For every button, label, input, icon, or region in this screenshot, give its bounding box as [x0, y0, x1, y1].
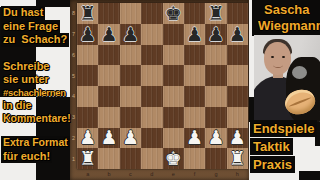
file-label-h: h: [227, 170, 248, 178]
caption-block-hashtag: Schreibe sie unter #schachlernen in die …: [1, 60, 73, 125]
square-e7: [163, 24, 184, 45]
square-e8: ♚: [163, 3, 184, 24]
square-e6: [163, 45, 184, 66]
square-h1: ♜: [227, 148, 248, 169]
black-pawn: ♟: [101, 25, 118, 44]
square-b5: [98, 65, 119, 86]
square-a8: ♜: [77, 3, 98, 24]
square-d4: [141, 86, 162, 107]
left-caption-panel: Du hast eine Frage zu Schach? Schreibe s…: [0, 0, 70, 180]
square-e2: [163, 128, 184, 149]
rank-label-1: 1: [70, 148, 77, 169]
rank-label-7: 7: [70, 24, 77, 45]
square-f7: ♟: [184, 24, 205, 45]
white-rook: ♜: [229, 149, 246, 168]
streamer-eye: [271, 56, 274, 58]
square-c6: [120, 45, 141, 66]
square-g6: [205, 45, 226, 66]
right-panel: Sascha Wiegmann Endspiele Taktik Praxis: [249, 0, 320, 180]
square-d2: [141, 128, 162, 149]
square-a5: [77, 65, 98, 86]
white-pawn: ♟: [186, 128, 203, 147]
black-rook: ♜: [207, 4, 224, 23]
square-f8: [184, 3, 205, 24]
caption-line: zu Schach?: [1, 33, 69, 47]
square-b8: [98, 3, 119, 24]
streamer-first-name: Sascha: [252, 2, 320, 18]
square-b6: [98, 45, 119, 66]
rank-label-2: 2: [70, 128, 77, 149]
topic-tactics: Taktik: [250, 138, 293, 155]
square-e1: ♚: [163, 148, 184, 169]
caption-line: eine Frage: [1, 20, 60, 34]
topic-practice: Praxis: [250, 156, 295, 173]
square-h8: [227, 3, 248, 24]
file-label-c: c: [120, 170, 141, 178]
square-c8: [120, 3, 141, 24]
square-f5: [184, 65, 205, 86]
square-c7: ♟: [120, 24, 141, 45]
caption-line: für euch!: [1, 150, 52, 164]
caption-line-hashtag: #schachlernen: [1, 86, 68, 99]
square-d1: [141, 148, 162, 169]
square-f3: [184, 107, 205, 128]
thumbnail: Du hast eine Frage zu Schach? Schreibe s…: [0, 0, 320, 180]
caption-line: sie unter: [1, 73, 51, 86]
square-e4: [163, 86, 184, 107]
file-label-g: g: [205, 170, 226, 178]
square-b7: ♟: [98, 24, 119, 45]
white-rook: ♜: [79, 149, 96, 168]
white-pawn: ♟: [79, 128, 96, 147]
streamer-smile: [273, 62, 283, 68]
square-d6: [141, 45, 162, 66]
square-h5: [227, 65, 248, 86]
white-pawn: ♟: [101, 128, 118, 147]
caption-line: Du hast: [1, 6, 45, 20]
square-f1: [184, 148, 205, 169]
square-e5: [163, 65, 184, 86]
rank-label-8: 8: [70, 3, 77, 24]
square-c2: ♟: [120, 128, 141, 149]
caption-line: Schreibe: [1, 60, 51, 73]
webcam-photo: [254, 35, 320, 122]
topic-endgames: Endspiele: [250, 120, 317, 137]
white-pawn: ♟: [229, 128, 246, 147]
square-d7: [141, 24, 162, 45]
streamer-name: Sascha Wiegmann: [252, 0, 320, 36]
square-b3: [98, 107, 119, 128]
caption-block-question: Du hast eine Frage zu Schach?: [1, 6, 69, 47]
caption-line: in die: [1, 99, 34, 112]
square-g7: ♟: [205, 24, 226, 45]
square-c5: [120, 65, 141, 86]
streamer-last-name: Wiegmann: [252, 18, 320, 34]
square-g3: [205, 107, 226, 128]
black-king: ♚: [165, 4, 182, 23]
black-pawn: ♟: [79, 25, 96, 44]
caption-line: Kommentare!: [1, 112, 73, 125]
square-e3: [163, 107, 184, 128]
square-g8: ♜: [205, 3, 226, 24]
topic-labels: Endspiele Taktik Praxis: [250, 120, 317, 174]
black-pawn: ♟: [207, 25, 224, 44]
square-c3: [120, 107, 141, 128]
square-a1: ♜: [77, 148, 98, 169]
square-a3: [77, 107, 98, 128]
board-grid: ♜♚♜♟♟♟♟♟♟♟♟♟♟♟♟♜♚♜: [77, 3, 248, 169]
square-a2: ♟: [77, 128, 98, 149]
square-g4: [205, 86, 226, 107]
file-label-b: b: [98, 170, 119, 178]
square-g2: ♟: [205, 128, 226, 149]
square-d3: [141, 107, 162, 128]
caption-line: Extra Format: [1, 136, 70, 150]
square-a7: ♟: [77, 24, 98, 45]
black-pawn: ♟: [186, 25, 203, 44]
file-label-a: a: [77, 170, 98, 178]
file-label-f: f: [184, 170, 205, 178]
puppet-face: [292, 66, 307, 79]
square-c1: [120, 148, 141, 169]
black-pawn: ♟: [229, 25, 246, 44]
square-h3: [227, 107, 248, 128]
square-f2: ♟: [184, 128, 205, 149]
square-g1: [205, 148, 226, 169]
square-b1: [98, 148, 119, 169]
square-h6: [227, 45, 248, 66]
square-b2: ♟: [98, 128, 119, 149]
square-h2: ♟: [227, 128, 248, 149]
white-pawn: ♟: [122, 128, 139, 147]
square-f6: [184, 45, 205, 66]
streamer-eye: [282, 56, 285, 58]
square-c4: [120, 86, 141, 107]
file-label-e: e: [163, 170, 184, 178]
square-d8: [141, 3, 162, 24]
black-rook: ♜: [79, 4, 96, 23]
square-g5: [205, 65, 226, 86]
square-b4: [98, 86, 119, 107]
chess-board: 87654321 ♜♚♜♟♟♟♟♟♟♟♟♟♟♟♟♜♚♜ abcdefgh: [70, 0, 249, 180]
square-a4: [77, 86, 98, 107]
square-h4: [227, 86, 248, 107]
file-labels: abcdefgh: [77, 170, 248, 178]
square-f4: [184, 86, 205, 107]
caption-block-extra: Extra Format für euch!: [1, 136, 70, 163]
square-d5: [141, 65, 162, 86]
white-king: ♚: [165, 149, 182, 168]
black-pawn: ♟: [122, 25, 139, 44]
file-label-d: d: [141, 170, 162, 178]
square-h7: ♟: [227, 24, 248, 45]
square-a6: [77, 45, 98, 66]
white-pawn: ♟: [207, 128, 224, 147]
